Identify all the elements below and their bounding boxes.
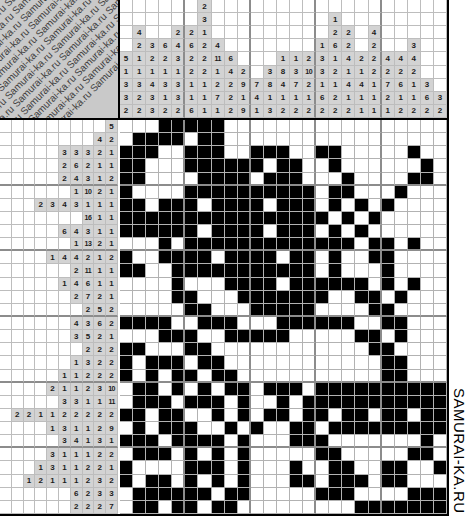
grid-cell[interactable] <box>264 409 277 422</box>
grid-cell[interactable] <box>251 448 264 461</box>
grid-cell[interactable] <box>185 488 198 501</box>
grid-cell[interactable] <box>133 435 146 448</box>
grid-cell[interactable] <box>159 435 172 448</box>
grid-cell[interactable] <box>369 422 382 435</box>
grid-cell[interactable] <box>251 343 264 356</box>
grid-cell[interactable] <box>369 461 382 474</box>
grid-cell[interactable] <box>198 159 211 172</box>
grid-cell[interactable] <box>316 291 329 304</box>
grid-cell[interactable] <box>382 199 395 212</box>
grid-cell[interactable] <box>198 501 211 514</box>
grid-cell[interactable] <box>120 343 133 356</box>
grid-cell[interactable] <box>316 396 329 409</box>
grid-cell[interactable] <box>342 330 355 343</box>
grid-cell[interactable] <box>212 330 225 343</box>
grid-cell[interactable] <box>225 133 238 146</box>
grid-cell[interactable] <box>172 251 185 264</box>
grid-cell[interactable] <box>434 383 447 396</box>
grid-cell[interactable] <box>238 396 251 409</box>
grid-cell[interactable] <box>251 501 264 514</box>
grid-cell[interactable] <box>290 304 303 317</box>
grid-cell[interactable] <box>238 343 251 356</box>
grid-cell[interactable] <box>290 159 303 172</box>
grid-cell[interactable] <box>133 356 146 369</box>
grid-cell[interactable] <box>198 409 211 422</box>
grid-cell[interactable] <box>238 133 251 146</box>
grid-cell[interactable] <box>329 146 342 159</box>
grid-cell[interactable] <box>185 383 198 396</box>
grid-cell[interactable] <box>159 370 172 383</box>
grid-cell[interactable] <box>277 488 290 501</box>
grid-cell[interactable] <box>434 120 447 133</box>
grid-cell[interactable] <box>185 396 198 409</box>
grid-cell[interactable] <box>159 146 172 159</box>
grid-cell[interactable] <box>434 409 447 422</box>
grid-cell[interactable] <box>395 356 408 369</box>
grid-cell[interactable] <box>133 343 146 356</box>
grid-cell[interactable] <box>355 448 368 461</box>
grid-cell[interactable] <box>382 488 395 501</box>
grid-cell[interactable] <box>225 212 238 225</box>
grid-cell[interactable] <box>329 435 342 448</box>
grid-cell[interactable] <box>408 422 421 435</box>
grid-cell[interactable] <box>290 488 303 501</box>
grid-cell[interactable] <box>434 199 447 212</box>
grid-cell[interactable] <box>421 238 434 251</box>
grid-cell[interactable] <box>212 396 225 409</box>
grid-cell[interactable] <box>172 133 185 146</box>
grid-cell[interactable] <box>264 238 277 251</box>
grid-cell[interactable] <box>264 159 277 172</box>
grid-cell[interactable] <box>146 461 159 474</box>
grid-cell[interactable] <box>159 501 172 514</box>
grid-cell[interactable] <box>369 186 382 199</box>
grid-cell[interactable] <box>120 330 133 343</box>
grid-cell[interactable] <box>198 291 211 304</box>
grid-cell[interactable] <box>212 461 225 474</box>
grid-cell[interactable] <box>303 304 316 317</box>
grid-cell[interactable] <box>146 212 159 225</box>
grid-cell[interactable] <box>225 488 238 501</box>
grid-cell[interactable] <box>264 120 277 133</box>
grid-cell[interactable] <box>303 475 316 488</box>
grid-cell[interactable] <box>277 291 290 304</box>
grid-cell[interactable] <box>251 159 264 172</box>
grid-cell[interactable] <box>238 475 251 488</box>
grid-cell[interactable] <box>395 370 408 383</box>
grid-cell[interactable] <box>342 461 355 474</box>
grid-cell[interactable] <box>225 422 238 435</box>
grid-cell[interactable] <box>172 238 185 251</box>
grid-cell[interactable] <box>159 278 172 291</box>
grid-cell[interactable] <box>355 146 368 159</box>
grid-cell[interactable] <box>369 435 382 448</box>
grid-cell[interactable] <box>264 146 277 159</box>
grid-cell[interactable] <box>408 133 421 146</box>
grid-cell[interactable] <box>172 409 185 422</box>
grid-cell[interactable] <box>212 186 225 199</box>
grid-cell[interactable] <box>172 475 185 488</box>
grid-cell[interactable] <box>290 461 303 474</box>
grid-cell[interactable] <box>133 238 146 251</box>
grid-cell[interactable] <box>225 225 238 238</box>
grid-cell[interactable] <box>159 264 172 277</box>
grid-cell[interactable] <box>290 475 303 488</box>
grid-cell[interactable] <box>212 212 225 225</box>
grid-cell[interactable] <box>369 409 382 422</box>
grid-cell[interactable] <box>277 475 290 488</box>
grid-cell[interactable] <box>238 488 251 501</box>
grid-cell[interactable] <box>395 501 408 514</box>
grid-cell[interactable] <box>277 356 290 369</box>
grid-cell[interactable] <box>212 304 225 317</box>
grid-cell[interactable] <box>382 370 395 383</box>
grid-cell[interactable] <box>382 173 395 186</box>
grid-cell[interactable] <box>212 264 225 277</box>
grid-cell[interactable] <box>133 304 146 317</box>
grid-cell[interactable] <box>212 173 225 186</box>
grid-cell[interactable] <box>198 422 211 435</box>
grid-cell[interactable] <box>408 330 421 343</box>
grid-cell[interactable] <box>212 199 225 212</box>
grid-cell[interactable] <box>133 396 146 409</box>
grid-cell[interactable] <box>421 461 434 474</box>
grid-cell[interactable] <box>329 409 342 422</box>
grid-cell[interactable] <box>185 501 198 514</box>
grid-cell[interactable] <box>198 238 211 251</box>
grid-cell[interactable] <box>198 133 211 146</box>
grid-cell[interactable] <box>329 356 342 369</box>
grid-cell[interactable] <box>212 120 225 133</box>
grid-cell[interactable] <box>251 488 264 501</box>
grid-cell[interactable] <box>303 343 316 356</box>
grid-cell[interactable] <box>120 409 133 422</box>
grid-cell[interactable] <box>421 396 434 409</box>
grid-cell[interactable] <box>251 330 264 343</box>
grid-cell[interactable] <box>329 225 342 238</box>
grid-cell[interactable] <box>120 304 133 317</box>
grid-cell[interactable] <box>421 225 434 238</box>
grid-cell[interactable] <box>251 251 264 264</box>
grid-cell[interactable] <box>395 133 408 146</box>
grid-cell[interactable] <box>212 146 225 159</box>
grid-cell[interactable] <box>329 501 342 514</box>
grid-cell[interactable] <box>120 291 133 304</box>
grid-cell[interactable] <box>316 146 329 159</box>
grid-cell[interactable] <box>198 278 211 291</box>
grid-cell[interactable] <box>238 173 251 186</box>
grid-cell[interactable] <box>342 238 355 251</box>
grid-cell[interactable] <box>290 225 303 238</box>
grid-cell[interactable] <box>264 264 277 277</box>
grid-cell[interactable] <box>133 173 146 186</box>
grid-cell[interactable] <box>369 159 382 172</box>
grid-cell[interactable] <box>225 146 238 159</box>
grid-cell[interactable] <box>395 383 408 396</box>
grid-cell[interactable] <box>290 120 303 133</box>
grid-cell[interactable] <box>408 186 421 199</box>
grid-cell[interactable] <box>146 186 159 199</box>
grid-cell[interactable] <box>159 225 172 238</box>
grid-cell[interactable] <box>185 461 198 474</box>
grid-cell[interactable] <box>198 488 211 501</box>
grid-cell[interactable] <box>133 409 146 422</box>
grid-cell[interactable] <box>198 186 211 199</box>
grid-cell[interactable] <box>277 435 290 448</box>
grid-cell[interactable] <box>172 488 185 501</box>
grid-cell[interactable] <box>316 264 329 277</box>
grid-cell[interactable] <box>212 488 225 501</box>
grid-cell[interactable] <box>303 356 316 369</box>
grid-cell[interactable] <box>434 330 447 343</box>
grid-cell[interactable] <box>342 356 355 369</box>
grid-cell[interactable] <box>264 383 277 396</box>
grid-cell[interactable] <box>316 133 329 146</box>
grid-cell[interactable] <box>303 264 316 277</box>
grid-cell[interactable] <box>382 461 395 474</box>
grid-cell[interactable] <box>133 461 146 474</box>
grid-cell[interactable] <box>408 304 421 317</box>
grid-cell[interactable] <box>251 291 264 304</box>
grid-cell[interactable] <box>225 291 238 304</box>
grid-cell[interactable] <box>133 146 146 159</box>
grid-cell[interactable] <box>172 435 185 448</box>
grid-cell[interactable] <box>120 212 133 225</box>
grid-cell[interactable] <box>146 264 159 277</box>
grid-cell[interactable] <box>185 146 198 159</box>
grid-cell[interactable] <box>120 370 133 383</box>
grid-cell[interactable] <box>159 199 172 212</box>
grid-cell[interactable] <box>329 199 342 212</box>
grid-cell[interactable] <box>303 488 316 501</box>
grid-cell[interactable] <box>172 159 185 172</box>
grid-cell[interactable] <box>382 159 395 172</box>
grid-cell[interactable] <box>120 383 133 396</box>
grid-cell[interactable] <box>303 409 316 422</box>
grid-cell[interactable] <box>355 396 368 409</box>
grid-cell[interactable] <box>342 317 355 330</box>
grid-cell[interactable] <box>159 173 172 186</box>
grid-cell[interactable] <box>355 383 368 396</box>
grid-cell[interactable] <box>264 225 277 238</box>
grid-cell[interactable] <box>146 343 159 356</box>
grid-cell[interactable] <box>342 186 355 199</box>
grid-cell[interactable] <box>159 291 172 304</box>
grid-cell[interactable] <box>408 291 421 304</box>
grid-cell[interactable] <box>264 186 277 199</box>
grid-cell[interactable] <box>120 356 133 369</box>
grid-cell[interactable] <box>251 238 264 251</box>
grid-cell[interactable] <box>421 317 434 330</box>
grid-cell[interactable] <box>251 225 264 238</box>
grid-cell[interactable] <box>185 225 198 238</box>
grid-cell[interactable] <box>342 343 355 356</box>
grid-cell[interactable] <box>185 330 198 343</box>
grid-cell[interactable] <box>434 435 447 448</box>
grid-cell[interactable] <box>316 173 329 186</box>
grid-cell[interactable] <box>290 146 303 159</box>
grid-cell[interactable] <box>264 133 277 146</box>
grid-cell[interactable] <box>251 278 264 291</box>
grid-cell[interactable] <box>198 212 211 225</box>
grid-cell[interactable] <box>355 356 368 369</box>
grid-cell[interactable] <box>185 422 198 435</box>
grid-cell[interactable] <box>238 278 251 291</box>
grid-cell[interactable] <box>238 317 251 330</box>
grid-cell[interactable] <box>316 409 329 422</box>
grid-cell[interactable] <box>421 488 434 501</box>
grid-cell[interactable] <box>172 343 185 356</box>
grid-cell[interactable] <box>212 409 225 422</box>
grid-cell[interactable] <box>277 159 290 172</box>
grid-cell[interactable] <box>120 173 133 186</box>
grid-cell[interactable] <box>251 461 264 474</box>
grid-cell[interactable] <box>421 370 434 383</box>
grid-cell[interactable] <box>238 264 251 277</box>
grid-cell[interactable] <box>316 501 329 514</box>
grid-cell[interactable] <box>342 159 355 172</box>
grid-cell[interactable] <box>120 159 133 172</box>
grid-cell[interactable] <box>369 212 382 225</box>
grid-cell[interactable] <box>172 448 185 461</box>
grid-cell[interactable] <box>434 225 447 238</box>
grid-cell[interactable] <box>329 173 342 186</box>
grid-cell[interactable] <box>434 317 447 330</box>
grid-cell[interactable] <box>146 448 159 461</box>
grid-cell[interactable] <box>198 396 211 409</box>
grid-cell[interactable] <box>120 488 133 501</box>
grid-cell[interactable] <box>290 199 303 212</box>
grid-cell[interactable] <box>238 159 251 172</box>
grid-cell[interactable] <box>434 343 447 356</box>
grid-cell[interactable] <box>238 304 251 317</box>
grid-cell[interactable] <box>303 278 316 291</box>
grid-cell[interactable] <box>133 212 146 225</box>
grid-cell[interactable] <box>264 501 277 514</box>
grid-cell[interactable] <box>395 291 408 304</box>
grid-cell[interactable] <box>355 173 368 186</box>
grid-cell[interactable] <box>225 383 238 396</box>
grid-cell[interactable] <box>212 356 225 369</box>
grid-cell[interactable] <box>277 278 290 291</box>
grid-cell[interactable] <box>251 317 264 330</box>
grid-cell[interactable] <box>316 251 329 264</box>
grid-cell[interactable] <box>434 370 447 383</box>
grid-cell[interactable] <box>225 330 238 343</box>
grid-cell[interactable] <box>159 251 172 264</box>
grid-cell[interactable] <box>185 409 198 422</box>
grid-cell[interactable] <box>369 120 382 133</box>
grid-cell[interactable] <box>277 409 290 422</box>
grid-cell[interactable] <box>434 238 447 251</box>
grid-cell[interactable] <box>264 461 277 474</box>
grid-cell[interactable] <box>133 448 146 461</box>
grid-cell[interactable] <box>369 448 382 461</box>
grid-cell[interactable] <box>251 212 264 225</box>
grid-cell[interactable] <box>369 173 382 186</box>
grid-cell[interactable] <box>120 317 133 330</box>
grid-cell[interactable] <box>329 370 342 383</box>
grid-cell[interactable] <box>172 383 185 396</box>
grid-cell[interactable] <box>382 475 395 488</box>
grid-cell[interactable] <box>369 291 382 304</box>
grid-cell[interactable] <box>264 448 277 461</box>
grid-cell[interactable] <box>198 475 211 488</box>
grid-cell[interactable] <box>198 461 211 474</box>
grid-cell[interactable] <box>303 396 316 409</box>
grid-cell[interactable] <box>382 409 395 422</box>
grid-cell[interactable] <box>212 343 225 356</box>
grid-cell[interactable] <box>303 120 316 133</box>
grid-cell[interactable] <box>369 488 382 501</box>
grid-cell[interactable] <box>290 264 303 277</box>
grid-cell[interactable] <box>342 264 355 277</box>
grid-cell[interactable] <box>120 238 133 251</box>
grid-cell[interactable] <box>212 370 225 383</box>
grid-cell[interactable] <box>408 225 421 238</box>
grid-cell[interactable] <box>133 291 146 304</box>
grid-cell[interactable] <box>120 264 133 277</box>
grid-cell[interactable] <box>329 343 342 356</box>
grid-cell[interactable] <box>277 264 290 277</box>
grid-cell[interactable] <box>198 383 211 396</box>
grid-cell[interactable] <box>120 475 133 488</box>
grid-cell[interactable] <box>316 422 329 435</box>
grid-cell[interactable] <box>185 133 198 146</box>
grid-cell[interactable] <box>146 133 159 146</box>
grid-cell[interactable] <box>369 475 382 488</box>
grid-cell[interactable] <box>329 159 342 172</box>
grid-cell[interactable] <box>355 435 368 448</box>
grid-cell[interactable] <box>251 409 264 422</box>
grid-cell[interactable] <box>369 278 382 291</box>
grid-cell[interactable] <box>133 199 146 212</box>
grid-cell[interactable] <box>316 304 329 317</box>
grid-cell[interactable] <box>329 304 342 317</box>
grid-cell[interactable] <box>382 120 395 133</box>
grid-cell[interactable] <box>329 291 342 304</box>
grid-cell[interactable] <box>395 173 408 186</box>
grid-cell[interactable] <box>238 146 251 159</box>
grid-cell[interactable] <box>277 146 290 159</box>
grid-cell[interactable] <box>303 225 316 238</box>
grid-cell[interactable] <box>408 343 421 356</box>
grid-cell[interactable] <box>408 370 421 383</box>
grid-cell[interactable] <box>290 370 303 383</box>
grid-cell[interactable] <box>251 186 264 199</box>
grid-cell[interactable] <box>369 238 382 251</box>
grid-cell[interactable] <box>303 370 316 383</box>
grid-cell[interactable] <box>369 383 382 396</box>
grid-cell[interactable] <box>238 370 251 383</box>
grid-cell[interactable] <box>382 317 395 330</box>
grid-cell[interactable] <box>303 199 316 212</box>
grid-cell[interactable] <box>355 159 368 172</box>
grid-cell[interactable] <box>120 186 133 199</box>
grid-cell[interactable] <box>329 186 342 199</box>
grid-cell[interactable] <box>264 173 277 186</box>
grid-cell[interactable] <box>290 422 303 435</box>
grid-cell[interactable] <box>212 383 225 396</box>
grid-cell[interactable] <box>212 448 225 461</box>
grid-cell[interactable] <box>172 304 185 317</box>
grid-cell[interactable] <box>277 225 290 238</box>
grid-cell[interactable] <box>434 212 447 225</box>
grid-cell[interactable] <box>185 291 198 304</box>
grid-cell[interactable] <box>172 356 185 369</box>
grid-cell[interactable] <box>316 278 329 291</box>
grid-cell[interactable] <box>395 435 408 448</box>
